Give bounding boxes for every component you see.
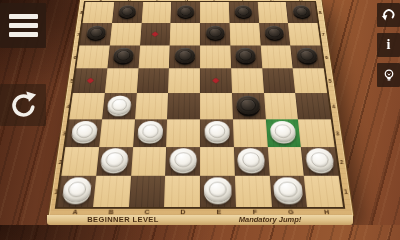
square-f2[interactable]: ⛀	[234, 147, 270, 176]
square-c6[interactable]	[138, 45, 170, 68]
white-man[interactable]: ⛀	[107, 96, 131, 114]
menu-button[interactable]	[0, 3, 46, 48]
square-f7[interactable]	[229, 23, 260, 45]
square-h1[interactable]	[304, 176, 343, 207]
square-b8[interactable]: ⛂	[112, 2, 143, 23]
black-man[interactable]: ⛂	[86, 26, 106, 39]
white-man[interactable]: ⛀	[204, 121, 229, 141]
black-man[interactable]: ⛂	[177, 5, 194, 17]
square-e7[interactable]: ⛂	[200, 23, 230, 45]
square-c4[interactable]	[135, 93, 169, 119]
square-d4[interactable]	[167, 93, 200, 119]
square-a5[interactable]	[73, 69, 107, 94]
black-man[interactable]: ⛂	[265, 26, 284, 39]
square-a7[interactable]: ⛂	[79, 23, 111, 45]
square-e4[interactable]	[200, 93, 233, 119]
white-man[interactable]: ⛀	[273, 177, 303, 202]
square-g4[interactable]	[264, 93, 299, 119]
red-jump-dot	[152, 31, 159, 36]
rotate-arrow-icon	[8, 90, 39, 121]
square-a1[interactable]: ⛀	[57, 176, 96, 207]
square-f5[interactable]	[231, 69, 264, 94]
square-a4[interactable]	[69, 93, 104, 119]
square-d5[interactable]	[168, 69, 200, 94]
square-b5[interactable]	[105, 69, 139, 94]
square-e8[interactable]	[200, 2, 229, 23]
black-man[interactable]: ⛂	[235, 5, 252, 17]
square-h8[interactable]: ⛂	[286, 2, 318, 23]
square-g2[interactable]	[267, 147, 304, 176]
level-label: BEGINNER LEVEL	[87, 215, 158, 225]
square-e2[interactable]	[200, 147, 235, 176]
black-man[interactable]: ⛂	[119, 5, 137, 17]
square-g5[interactable]	[262, 69, 296, 94]
lightbulb-icon	[381, 67, 397, 84]
square-h5[interactable]	[293, 69, 327, 94]
square-g3[interactable]: ⛀	[265, 119, 301, 147]
square-e6[interactable]	[200, 45, 231, 68]
status-message: Mandatory Jump!	[239, 215, 302, 225]
board-grid[interactable]: ⛂⛂⛂⛂⛂⛂⛂⛂⛂⛂⛂⛀⛂⛀⛀⛀⛀⛀⛀⛀⛀⛀⛀⛀	[57, 2, 343, 207]
square-d6[interactable]: ⛂	[169, 45, 200, 68]
white-man[interactable]: ⛀	[71, 121, 98, 141]
square-b6[interactable]: ⛂	[107, 45, 140, 68]
square-g1[interactable]: ⛀	[269, 176, 307, 207]
undo-button[interactable]	[377, 3, 400, 27]
checkers-app-screen: { "game": "checkers (english draughts)",…	[0, 0, 400, 225]
white-man[interactable]: ⛀	[270, 121, 296, 141]
square-c7[interactable]	[140, 23, 171, 45]
black-man[interactable]: ⛂	[175, 48, 195, 63]
square-g7[interactable]: ⛂	[259, 23, 291, 45]
square-a2[interactable]	[61, 147, 99, 176]
black-man[interactable]: ⛂	[296, 48, 317, 63]
square-d8[interactable]: ⛂	[171, 2, 200, 23]
square-b1[interactable]	[93, 176, 131, 207]
square-h3[interactable]	[298, 119, 335, 147]
square-c5[interactable]	[136, 69, 169, 94]
square-g6[interactable]	[260, 45, 293, 68]
white-man[interactable]: ⛀	[101, 148, 129, 170]
white-man[interactable]: ⛀	[138, 121, 163, 141]
square-d2[interactable]: ⛀	[165, 147, 200, 176]
square-a6[interactable]	[76, 45, 109, 68]
black-man[interactable]: ⛂	[206, 26, 224, 39]
white-man[interactable]: ⛀	[204, 177, 232, 202]
black-man[interactable]: ⛂	[237, 96, 261, 114]
white-man[interactable]: ⛀	[238, 148, 265, 170]
info-icon: i	[387, 38, 391, 52]
hamburger-icon	[9, 14, 38, 19]
board-3d-wrapper: AABBCCDDEEFFGGHH1122334455667788 ⛂⛂⛂⛂⛂⛂⛂…	[0, 0, 400, 225]
square-d1[interactable]	[164, 176, 200, 207]
square-f6[interactable]: ⛂	[230, 45, 262, 68]
square-f8[interactable]: ⛂	[229, 2, 259, 23]
square-b2[interactable]: ⛀	[96, 147, 133, 176]
square-c2[interactable]	[131, 147, 167, 176]
square-c8[interactable]	[141, 2, 171, 23]
square-h2[interactable]: ⛀	[301, 147, 339, 176]
square-g8[interactable]	[257, 2, 288, 23]
black-man[interactable]: ⛂	[236, 48, 256, 63]
white-man[interactable]: ⛀	[61, 177, 92, 202]
board-front-edge: BEGINNER LEVEL Mandatory Jump!	[47, 215, 353, 225]
square-a8[interactable]	[83, 2, 115, 23]
restart-button[interactable]	[0, 84, 46, 126]
square-b3[interactable]	[99, 119, 135, 147]
square-h7[interactable]	[288, 23, 320, 45]
square-f3[interactable]	[233, 119, 268, 147]
square-f1[interactable]	[235, 176, 272, 207]
black-man[interactable]: ⛂	[113, 48, 134, 63]
undo-arrow-icon	[380, 7, 397, 24]
black-man[interactable]: ⛂	[292, 5, 310, 17]
hint-button[interactable]	[377, 63, 400, 87]
square-f4[interactable]: ⛂	[232, 93, 266, 119]
square-c3[interactable]: ⛀	[133, 119, 168, 147]
square-e3[interactable]: ⛀	[200, 119, 234, 147]
red-jump-dot	[86, 78, 93, 84]
square-d3[interactable]	[166, 119, 200, 147]
square-e1[interactable]: ⛀	[200, 176, 236, 207]
square-h4[interactable]	[295, 93, 330, 119]
square-d7[interactable]	[170, 23, 200, 45]
square-a3[interactable]: ⛀	[65, 119, 102, 147]
white-man[interactable]: ⛀	[305, 148, 334, 170]
square-b4[interactable]: ⛀	[102, 93, 137, 119]
square-h6[interactable]: ⛂	[290, 45, 323, 68]
square-e5[interactable]	[200, 69, 232, 94]
square-c1[interactable]	[129, 176, 166, 207]
checkers-board: AABBCCDDEEFFGGHH1122334455667788 ⛂⛂⛂⛂⛂⛂⛂…	[57, 2, 343, 207]
square-b7[interactable]	[110, 23, 142, 45]
red-jump-dot	[212, 78, 219, 84]
info-button[interactable]: i	[377, 33, 400, 57]
white-man[interactable]: ⛀	[170, 148, 196, 170]
